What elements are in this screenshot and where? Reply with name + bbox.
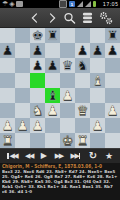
move-list[interactable]: Bxc3 22. Nxc6 Rd6 23. Rb8+ Kd7 24. Nxe5+… — [2, 170, 118, 195]
square-f5[interactable] — [75, 73, 90, 88]
black-pawn: ♟ — [32, 43, 44, 58]
forward-arrow-icon[interactable] — [46, 11, 58, 25]
refresh-icon[interactable]: ↻ — [89, 149, 97, 163]
square-e7[interactable] — [60, 43, 75, 58]
white-pawn: ♟ — [2, 118, 14, 133]
square-d7[interactable] — [45, 43, 60, 58]
star-icon[interactable]: ★ — [105, 149, 113, 163]
black-pawn: ♟ — [32, 58, 44, 73]
square-h3[interactable]: ♟ — [105, 103, 120, 118]
square-f8[interactable] — [75, 28, 90, 43]
black-pawn: ♟ — [77, 43, 89, 58]
square-a7[interactable]: ♟ — [0, 43, 15, 58]
square-b3[interactable] — [15, 103, 30, 118]
square-e8[interactable] — [60, 28, 75, 43]
square-g3[interactable] — [90, 103, 105, 118]
square-a4[interactable] — [0, 88, 15, 103]
square-g4[interactable] — [90, 88, 105, 103]
white-pawn: ♟ — [107, 103, 119, 118]
status-right-icons: 1 17:05 — [59, 0, 118, 9]
back-arrow-icon[interactable] — [29, 11, 41, 25]
notification-count-badge: 1 — [69, 1, 75, 7]
square-e5[interactable] — [60, 73, 75, 88]
square-e4[interactable]: ♟ — [60, 88, 75, 103]
square-f3[interactable]: ♛ — [75, 103, 90, 118]
square-c3[interactable]: ♞ — [30, 103, 45, 118]
white-pawn: ♟ — [32, 118, 44, 133]
square-f6[interactable]: ♞ — [75, 58, 90, 73]
black-rook: ♜ — [107, 28, 119, 43]
square-a1[interactable]: ♜ — [0, 133, 15, 148]
square-a6[interactable] — [0, 58, 15, 73]
square-d8[interactable]: ♜ — [45, 28, 60, 43]
square-c6[interactable]: ♟ — [30, 58, 45, 73]
status-bar: ☂ ◈ 1 17:05 — [0, 0, 120, 8]
square-c8[interactable]: ♚ — [30, 28, 45, 43]
square-d3[interactable]: ♟ — [45, 103, 60, 118]
square-f7[interactable]: ♟ — [75, 43, 90, 58]
square-f1[interactable]: ♜ — [75, 133, 90, 148]
signal-triangle-icon-2 — [85, 1, 91, 7]
square-b4[interactable] — [15, 88, 30, 103]
black-rook: ♜ — [47, 28, 59, 43]
search-icon[interactable] — [63, 11, 76, 25]
square-b2[interactable]: ♟ — [15, 118, 30, 133]
square-e6[interactable]: ♛ — [60, 58, 75, 73]
black-queen: ♛ — [62, 58, 74, 73]
umbrella-icon: ☂ — [2, 0, 8, 8]
square-c4[interactable] — [30, 88, 45, 103]
square-d5[interactable] — [45, 73, 60, 88]
square-g6[interactable] — [90, 58, 105, 73]
black-pawn: ♟ — [47, 58, 59, 73]
square-b7[interactable] — [15, 43, 30, 58]
play-icon[interactable]: ▶ — [41, 149, 47, 163]
white-rook: ♜ — [2, 133, 14, 148]
black-king: ♚ — [32, 28, 44, 43]
square-c1[interactable] — [30, 133, 45, 148]
white-bishop: ♝ — [92, 73, 104, 88]
step-back-icon[interactable]: ◀◀ — [25, 149, 33, 163]
chess-app-screen: ☂ ◈ 1 17:05 ♚♜♜♟♟♟♟♟♟♟♛♞♝♝♟♞♟♛♟♟♟♟ — [0, 0, 120, 200]
skip-to-start-icon[interactable]: ◀◀ — [7, 149, 17, 163]
square-h4[interactable] — [105, 88, 120, 103]
white-pawn: ♟ — [92, 118, 104, 133]
white-pawn: ♟ — [47, 103, 59, 118]
square-d6[interactable]: ♟ — [45, 58, 60, 73]
square-a5[interactable] — [0, 73, 15, 88]
square-d1[interactable] — [45, 133, 60, 148]
black-pawn: ♟ — [92, 43, 104, 58]
database-icon[interactable] — [81, 11, 94, 25]
square-c7[interactable]: ♟ — [30, 43, 45, 58]
square-a2[interactable]: ♟ — [0, 118, 15, 133]
white-pawn: ♟ — [62, 88, 74, 103]
square-h7[interactable]: ♟ — [105, 43, 120, 58]
skip-to-end-icon[interactable]: ▶▶ — [71, 149, 81, 163]
app-toolbar — [0, 8, 120, 28]
step-forward-icon[interactable]: ▶▶ — [55, 149, 63, 163]
battery-icon — [93, 1, 96, 7]
square-g8[interactable] — [90, 28, 105, 43]
square-e3[interactable] — [60, 103, 75, 118]
square-b1[interactable] — [15, 133, 30, 148]
white-king: ♚ — [62, 133, 74, 148]
game-info-panel: Chigorin, M - Schiffers, E, 1878.03.06, … — [0, 163, 120, 200]
screen-icon — [59, 0, 67, 8]
square-g5[interactable]: ♝ — [90, 73, 105, 88]
black-bishop: ♝ — [47, 88, 59, 103]
square-g1[interactable] — [90, 133, 105, 148]
square-b5[interactable] — [15, 73, 30, 88]
square-h5[interactable] — [105, 73, 120, 88]
square-b6[interactable] — [15, 58, 30, 73]
square-e2[interactable] — [60, 118, 75, 133]
square-c5[interactable] — [30, 73, 45, 88]
move-navigation-bar: ◀◀ ◀◀ ▶ ▶▶ ▶▶ ↻ ★ — [0, 148, 120, 163]
square-h2[interactable] — [105, 118, 120, 133]
black-knight: ♞ — [77, 58, 89, 73]
square-a8[interactable] — [0, 28, 15, 43]
square-g7[interactable]: ♟ — [90, 43, 105, 58]
square-d2[interactable] — [45, 118, 60, 133]
chess-board: ♚♜♜♟♟♟♟♟♟♟♛♞♝♝♟♞♟♛♟♟♟♟♟♜♚♜ — [0, 28, 120, 148]
square-g2[interactable]: ♟ — [90, 118, 105, 133]
square-f4[interactable] — [75, 88, 90, 103]
status-left-icons: ☂ ◈ — [2, 0, 23, 8]
black-pawn: ♟ — [107, 43, 119, 58]
settings-gears-icon[interactable] — [99, 11, 113, 25]
square-h8[interactable]: ♜ — [105, 28, 120, 43]
notification-icon: ◈ — [9, 0, 14, 8]
white-pawn: ♟ — [17, 118, 29, 133]
gallery-icon — [16, 1, 23, 7]
square-a3[interactable] — [0, 103, 15, 118]
square-e1[interactable]: ♚ — [60, 133, 75, 148]
square-c2[interactable]: ♟ — [30, 118, 45, 133]
white-rook: ♜ — [77, 133, 89, 148]
clock-time: 17:05 — [102, 1, 118, 7]
square-d4[interactable]: ♝ — [45, 88, 60, 103]
square-f2[interactable] — [75, 118, 90, 133]
square-h1[interactable] — [105, 133, 120, 148]
square-b8[interactable] — [15, 28, 30, 43]
white-queen: ♛ — [77, 103, 89, 118]
signal-triangle-icon — [77, 1, 83, 7]
black-pawn: ♟ — [2, 43, 14, 58]
white-knight: ♞ — [32, 103, 44, 118]
square-h6[interactable] — [105, 58, 120, 73]
